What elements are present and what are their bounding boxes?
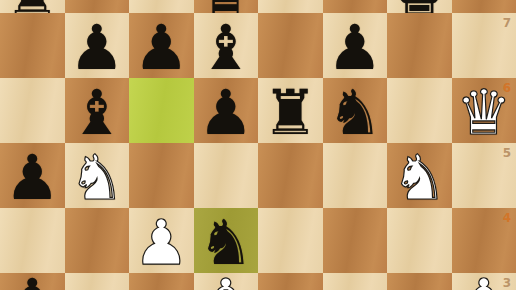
square-b6[interactable]: ♝ [65, 78, 130, 143]
square-d8[interactable]: ♛ [194, 0, 259, 13]
square-g3[interactable] [387, 273, 452, 290]
piece-black-pawn-a3[interactable]: ♟ [0, 273, 65, 290]
square-h6[interactable]: ♛6 [452, 78, 516, 143]
square-h5[interactable]: 5 [452, 143, 516, 208]
square-f6[interactable]: ♞ [323, 78, 388, 143]
square-g6[interactable] [387, 78, 452, 143]
piece-black-pawn-f7[interactable]: ♟ [323, 16, 388, 78]
piece-black-rook-a8[interactable]: ♜ [0, 0, 65, 13]
piece-black-pawn-a5[interactable]: ♟ [0, 146, 65, 208]
piece-black-knight-f6[interactable]: ♞ [323, 81, 388, 143]
square-d6[interactable]: ♟ [194, 78, 259, 143]
rank-label-3: 3 [503, 277, 511, 289]
square-h3[interactable]: ♟3 [452, 273, 516, 290]
square-g8[interactable]: ♚ [387, 0, 452, 13]
square-c6[interactable] [129, 78, 194, 143]
square-g4[interactable] [387, 208, 452, 273]
square-e4[interactable] [258, 208, 323, 273]
square-e3[interactable] [258, 273, 323, 290]
square-d7[interactable]: ♝ [194, 13, 259, 78]
piece-black-bishop-b6[interactable]: ♝ [65, 81, 130, 143]
square-b5[interactable]: ♞ [65, 143, 130, 208]
square-b8[interactable] [65, 0, 130, 13]
square-b3[interactable] [65, 273, 130, 290]
square-h4[interactable]: 4 [452, 208, 516, 273]
chess-board: ♜♛♚♟♟♝♟7♝♟♜♞♛6♟♞♞5♟♞4♟♝♟3 [0, 0, 516, 290]
piece-black-pawn-d6[interactable]: ♟ [194, 81, 259, 143]
square-d3[interactable]: ♝ [194, 273, 259, 290]
square-d4[interactable]: ♞ [194, 208, 259, 273]
square-e6[interactable]: ♜ [258, 78, 323, 143]
square-a7[interactable] [0, 13, 65, 78]
square-c5[interactable] [129, 143, 194, 208]
square-f7[interactable]: ♟ [323, 13, 388, 78]
square-f8[interactable] [323, 0, 388, 13]
square-g5[interactable]: ♞ [387, 143, 452, 208]
square-g7[interactable] [387, 13, 452, 78]
square-h8[interactable] [452, 0, 516, 13]
square-e8[interactable] [258, 0, 323, 13]
piece-white-knight-b5[interactable]: ♞ [65, 146, 130, 208]
chess-app-stage: ♜♛♚♟♟♝♟7♝♟♜♞♛6♟♞♞5♟♞4♟♝♟3 [0, 0, 516, 290]
square-f5[interactable] [323, 143, 388, 208]
piece-black-rook-e6[interactable]: ♜ [258, 81, 323, 143]
piece-white-knight-g5[interactable]: ♞ [387, 146, 452, 208]
square-c4[interactable]: ♟ [129, 208, 194, 273]
rank-label-6: 6 [503, 82, 511, 94]
square-e7[interactable] [258, 13, 323, 78]
square-c8[interactable] [129, 0, 194, 13]
rank-label-4: 4 [503, 212, 511, 224]
square-f4[interactable] [323, 208, 388, 273]
rank-label-5: 5 [503, 147, 511, 159]
piece-black-pawn-b7[interactable]: ♟ [65, 16, 130, 78]
piece-black-queen-d8[interactable]: ♛ [194, 0, 259, 13]
piece-black-knight-d4[interactable]: ♞ [194, 211, 259, 273]
square-c7[interactable]: ♟ [129, 13, 194, 78]
square-b4[interactable] [65, 208, 130, 273]
piece-black-king-g8[interactable]: ♚ [387, 0, 452, 13]
square-h7[interactable]: 7 [452, 13, 516, 78]
piece-black-bishop-d7[interactable]: ♝ [194, 16, 259, 78]
square-a6[interactable] [0, 78, 65, 143]
square-c3[interactable] [129, 273, 194, 290]
square-f3[interactable] [323, 273, 388, 290]
square-a3[interactable]: ♟ [0, 273, 65, 290]
square-b7[interactable]: ♟ [65, 13, 130, 78]
square-a4[interactable] [0, 208, 65, 273]
rank-label-7: 7 [503, 17, 511, 29]
square-a8[interactable]: ♜ [0, 0, 65, 13]
square-a5[interactable]: ♟ [0, 143, 65, 208]
piece-black-pawn-c7[interactable]: ♟ [129, 16, 194, 78]
square-d5[interactable] [194, 143, 259, 208]
piece-white-pawn-c4[interactable]: ♟ [129, 211, 194, 273]
square-e5[interactable] [258, 143, 323, 208]
piece-white-bishop-d3[interactable]: ♝ [194, 273, 259, 290]
